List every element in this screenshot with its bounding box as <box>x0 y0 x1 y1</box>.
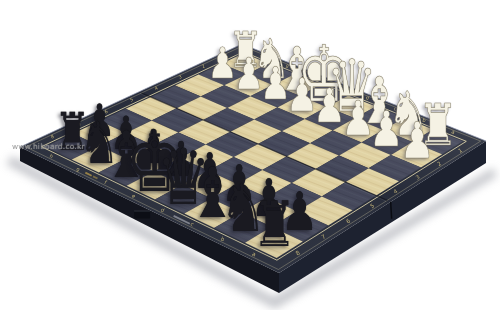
fold-seam-side <box>391 202 392 219</box>
clasp-icon <box>134 210 150 218</box>
product-photo: 1122334455667788hhggffeeddccbbaa ♜♞♟♝♟♚♟… <box>0 0 500 310</box>
piece-black-rook-a8[interactable]: ♜ <box>250 194 299 257</box>
piece-white-pawn-a2[interactable]: ♟ <box>397 116 436 166</box>
watermark: www.hiboard.co.kr <box>12 142 85 151</box>
